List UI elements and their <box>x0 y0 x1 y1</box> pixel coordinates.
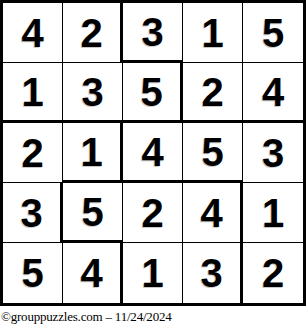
cell-r2c1: 1 <box>3 63 63 123</box>
cell-r4c3: 2 <box>123 183 183 243</box>
cell-r5c5: 2 <box>243 243 303 303</box>
cell-r1c5: 5 <box>243 3 303 63</box>
cell-r5c3: 1 <box>123 243 183 303</box>
cell-r4c4: 4 <box>183 183 243 243</box>
cell-r1c3: 3 <box>123 3 183 63</box>
cell-r2c4: 2 <box>183 63 243 123</box>
cell-r3c3: 4 <box>123 123 183 183</box>
cell-r3c1: 2 <box>3 123 63 183</box>
cell-r1c1: 4 <box>3 3 63 63</box>
cell-r4c5: 1 <box>243 183 303 243</box>
copyright-credit: ©grouppuzzles.com – 11/24/2024 <box>1 309 172 325</box>
cell-r4c1: 3 <box>3 183 63 243</box>
cell-r2c5: 4 <box>243 63 303 123</box>
cell-r5c4: 3 <box>183 243 243 303</box>
cell-r1c4: 1 <box>183 3 243 63</box>
cell-r4c2: 5 <box>63 183 123 243</box>
cell-r3c5: 3 <box>243 123 303 183</box>
cell-r3c2: 1 <box>63 123 123 183</box>
cell-r2c3: 5 <box>123 63 183 123</box>
cell-r3c4: 5 <box>183 123 243 183</box>
puzzle-page: 4231513524214533524154132 ©grouppuzzles.… <box>0 0 308 329</box>
sudoku5-board: 4231513524214533524154132 <box>0 0 306 306</box>
cell-r2c2: 3 <box>63 63 123 123</box>
cell-r5c1: 5 <box>3 243 63 303</box>
cell-r5c2: 4 <box>63 243 123 303</box>
cell-r1c2: 2 <box>63 3 123 63</box>
